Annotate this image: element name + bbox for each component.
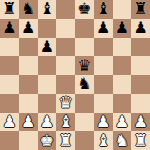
square-f6[interactable]	[94, 38, 113, 57]
square-b8[interactable]: ♞	[19, 0, 38, 19]
square-h5[interactable]	[131, 56, 150, 75]
square-c7[interactable]	[38, 19, 57, 38]
white-pawn-piece[interactable]: ♟	[96, 113, 110, 131]
square-a2[interactable]: ♟	[0, 113, 19, 132]
black-pawn-piece[interactable]: ♟	[40, 38, 54, 56]
square-a6[interactable]	[0, 38, 19, 57]
square-f1[interactable]: ♝	[94, 131, 113, 150]
square-g8[interactable]	[113, 0, 132, 19]
square-d7[interactable]	[56, 19, 75, 38]
black-pawn-piece[interactable]: ♟	[96, 19, 110, 37]
square-g3[interactable]	[113, 94, 132, 113]
white-bishop-piece[interactable]: ♝	[58, 113, 72, 131]
square-c6[interactable]: ♟	[38, 38, 57, 57]
square-d2[interactable]: ♝	[56, 113, 75, 132]
square-g6[interactable]	[113, 38, 132, 57]
square-b1[interactable]	[19, 131, 38, 150]
square-g1[interactable]: ♞	[113, 131, 132, 150]
square-d1[interactable]: ♜	[56, 131, 75, 150]
square-f7[interactable]: ♟	[94, 19, 113, 38]
black-knight-piece[interactable]: ♞	[21, 0, 35, 18]
square-g7[interactable]: ♟	[113, 19, 132, 38]
square-c3[interactable]	[38, 94, 57, 113]
white-knight-piece[interactable]: ♞	[115, 132, 129, 150]
white-king-piece[interactable]: ♚	[40, 132, 54, 150]
square-f8[interactable]: ♝	[94, 0, 113, 19]
square-h2[interactable]: ♟	[131, 113, 150, 132]
square-d4[interactable]	[56, 75, 75, 94]
black-pawn-piece[interactable]: ♟	[21, 19, 35, 37]
square-e3[interactable]	[75, 94, 94, 113]
white-pawn-piece[interactable]: ♟	[40, 113, 54, 131]
square-a1[interactable]	[0, 131, 19, 150]
square-e1[interactable]	[75, 131, 94, 150]
square-d5[interactable]	[56, 56, 75, 75]
square-g4[interactable]	[113, 75, 132, 94]
square-a5[interactable]	[0, 56, 19, 75]
square-c2[interactable]: ♟	[38, 113, 57, 132]
square-d8[interactable]	[56, 0, 75, 19]
square-e7[interactable]	[75, 19, 94, 38]
square-a4[interactable]	[0, 75, 19, 94]
square-c1[interactable]: ♚	[38, 131, 57, 150]
black-pawn-piece[interactable]: ♟	[133, 19, 147, 37]
black-king-piece[interactable]: ♚	[77, 0, 91, 18]
square-e5[interactable]: ♛	[75, 56, 94, 75]
square-c4[interactable]	[38, 75, 57, 94]
black-pawn-piece[interactable]: ♟	[115, 19, 129, 37]
black-pawn-piece[interactable]: ♟	[2, 19, 16, 37]
square-g2[interactable]: ♟	[113, 113, 132, 132]
black-bishop-piece[interactable]: ♝	[96, 0, 110, 18]
square-h4[interactable]	[131, 75, 150, 94]
square-g5[interactable]	[113, 56, 132, 75]
square-e6[interactable]	[75, 38, 94, 57]
white-bishop-piece[interactable]: ♝	[96, 132, 110, 150]
square-b2[interactable]: ♟	[19, 113, 38, 132]
white-pawn-piece[interactable]: ♟	[2, 113, 16, 131]
square-a3[interactable]	[0, 94, 19, 113]
square-e4[interactable]: ♞	[75, 75, 94, 94]
square-h1[interactable]: ♜	[131, 131, 150, 150]
square-e2[interactable]	[75, 113, 94, 132]
square-f5[interactable]	[94, 56, 113, 75]
square-h7[interactable]: ♟	[131, 19, 150, 38]
white-pawn-piece[interactable]: ♟	[133, 113, 147, 131]
white-pawn-piece[interactable]: ♟	[115, 113, 129, 131]
white-queen-piece[interactable]: ♛	[58, 94, 72, 112]
white-pawn-piece[interactable]: ♟	[21, 113, 35, 131]
white-rook-piece[interactable]: ♜	[58, 132, 72, 150]
square-b3[interactable]	[19, 94, 38, 113]
square-h8[interactable]: ♜	[131, 0, 150, 19]
square-h6[interactable]	[131, 38, 150, 57]
square-a7[interactable]: ♟	[0, 19, 19, 38]
square-h3[interactable]	[131, 94, 150, 113]
square-b5[interactable]	[19, 56, 38, 75]
square-f2[interactable]: ♟	[94, 113, 113, 132]
square-d3[interactable]: ♛	[56, 94, 75, 113]
square-f4[interactable]	[94, 75, 113, 94]
square-c5[interactable]	[38, 56, 57, 75]
black-knight-piece[interactable]: ♞	[77, 75, 91, 93]
black-rook-piece[interactable]: ♜	[133, 0, 147, 18]
black-rook-piece[interactable]: ♜	[2, 0, 16, 18]
square-b4[interactable]	[19, 75, 38, 94]
square-d6[interactable]	[56, 38, 75, 57]
square-b7[interactable]: ♟	[19, 19, 38, 38]
square-a8[interactable]: ♜	[0, 0, 19, 19]
square-f3[interactable]	[94, 94, 113, 113]
chess-board: ♜♞♝♚♝♜♟♟♟♟♟♟♛♞♛♟♟♟♝♟♟♟♚♜♝♞♜	[0, 0, 150, 150]
square-b6[interactable]	[19, 38, 38, 57]
square-c8[interactable]: ♝	[38, 0, 57, 19]
square-e8[interactable]: ♚	[75, 0, 94, 19]
black-queen-piece[interactable]: ♛	[77, 57, 91, 75]
black-bishop-piece[interactable]: ♝	[40, 0, 54, 18]
white-rook-piece[interactable]: ♜	[133, 132, 147, 150]
